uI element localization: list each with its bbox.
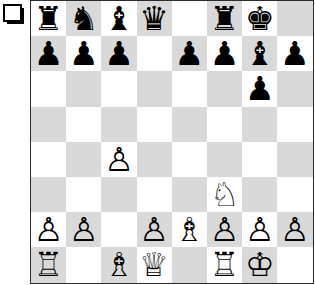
square-f1[interactable]: ♖ [207,247,242,282]
square-e3[interactable] [172,177,207,212]
square-g8[interactable]: ♚ [242,1,277,36]
piece-black-pawn[interactable]: ♟ [245,71,275,106]
square-b5[interactable] [66,107,101,142]
square-g4[interactable] [242,142,277,177]
piece-white-king[interactable]: ♔ [245,247,275,282]
square-h3[interactable] [277,177,312,212]
piece-black-rook[interactable]: ♜ [34,1,64,36]
square-d6[interactable] [137,71,172,106]
piece-black-queen[interactable]: ♛ [139,1,169,36]
square-g1[interactable]: ♔ [242,247,277,282]
piece-black-pawn[interactable]: ♟ [69,36,99,71]
square-h8[interactable] [277,1,312,36]
square-h7[interactable]: ♟ [277,36,312,71]
piece-white-bishop[interactable]: ♗ [104,247,134,282]
piece-black-pawn[interactable]: ♟ [104,36,134,71]
square-f6[interactable] [207,71,242,106]
piece-white-pawn[interactable]: ♙ [280,212,310,247]
chess-board[interactable]: ♜♞♝♛♜♚♟♟♟♟♟♝♟♟♙♘♙♙♙♗♙♙♙♖♗♕♖♔ [30,0,314,284]
square-d2[interactable]: ♙ [137,212,172,247]
square-b6[interactable] [66,71,101,106]
square-c6[interactable] [101,71,136,106]
square-d4[interactable] [137,142,172,177]
square-a5[interactable] [31,107,66,142]
piece-white-pawn[interactable]: ♙ [245,212,275,247]
square-g3[interactable] [242,177,277,212]
square-g5[interactable] [242,107,277,142]
square-b7[interactable]: ♟ [66,36,101,71]
square-g6[interactable]: ♟ [242,71,277,106]
piece-black-king[interactable]: ♚ [245,1,275,36]
square-a7[interactable]: ♟ [31,36,66,71]
square-d8[interactable]: ♛ [137,1,172,36]
square-h2[interactable]: ♙ [277,212,312,247]
piece-white-knight[interactable]: ♘ [210,177,240,212]
square-f3[interactable]: ♘ [207,177,242,212]
piece-black-pawn[interactable]: ♟ [175,36,205,71]
square-f5[interactable] [207,107,242,142]
square-c4[interactable]: ♙ [101,142,136,177]
piece-black-pawn[interactable]: ♟ [280,36,310,71]
square-d1[interactable]: ♕ [137,247,172,282]
square-e8[interactable] [172,1,207,36]
square-b4[interactable] [66,142,101,177]
square-e1[interactable] [172,247,207,282]
square-b3[interactable] [66,177,101,212]
piece-white-pawn[interactable]: ♙ [139,212,169,247]
piece-white-pawn[interactable]: ♙ [34,212,64,247]
square-e5[interactable] [172,107,207,142]
piece-black-knight[interactable]: ♞ [69,1,99,36]
square-c8[interactable]: ♝ [101,1,136,36]
square-e2[interactable]: ♗ [172,212,207,247]
piece-black-pawn[interactable]: ♟ [34,36,64,71]
square-e4[interactable] [172,142,207,177]
square-h4[interactable] [277,142,312,177]
square-a4[interactable] [31,142,66,177]
white-square-icon [3,4,22,22]
piece-white-rook[interactable]: ♖ [34,247,64,282]
square-f7[interactable]: ♟ [207,36,242,71]
square-a6[interactable] [31,71,66,106]
piece-white-pawn[interactable]: ♙ [104,142,134,177]
square-c2[interactable] [101,212,136,247]
square-d5[interactable] [137,107,172,142]
square-b1[interactable] [66,247,101,282]
piece-black-pawn[interactable]: ♟ [210,36,240,71]
piece-white-pawn[interactable]: ♙ [210,212,240,247]
chess-diagram: ♜♞♝♛♜♚♟♟♟♟♟♝♟♟♙♘♙♙♙♗♙♙♙♖♗♕♖♔ [0,0,315,285]
square-e6[interactable] [172,71,207,106]
square-a2[interactable]: ♙ [31,212,66,247]
square-h6[interactable] [277,71,312,106]
piece-black-rook[interactable]: ♜ [210,1,240,36]
square-f2[interactable]: ♙ [207,212,242,247]
piece-black-bishop[interactable]: ♝ [104,1,134,36]
piece-white-bishop[interactable]: ♗ [175,212,205,247]
square-e7[interactable]: ♟ [172,36,207,71]
square-f4[interactable] [207,142,242,177]
square-c1[interactable]: ♗ [101,247,136,282]
square-g7[interactable]: ♝ [242,36,277,71]
piece-white-queen[interactable]: ♕ [139,247,169,282]
square-a3[interactable] [31,177,66,212]
square-c3[interactable] [101,177,136,212]
square-c5[interactable] [101,107,136,142]
square-b8[interactable]: ♞ [66,1,101,36]
square-a1[interactable]: ♖ [31,247,66,282]
square-f8[interactable]: ♜ [207,1,242,36]
piece-white-rook[interactable]: ♖ [210,247,240,282]
square-d7[interactable] [137,36,172,71]
white-to-move-indicator [3,4,26,26]
square-b2[interactable]: ♙ [66,212,101,247]
square-h5[interactable] [277,107,312,142]
square-g2[interactable]: ♙ [242,212,277,247]
piece-black-bishop[interactable]: ♝ [245,36,275,71]
square-h1[interactable] [277,247,312,282]
square-d3[interactable] [137,177,172,212]
square-a8[interactable]: ♜ [31,1,66,36]
square-c7[interactable]: ♟ [101,36,136,71]
piece-white-pawn[interactable]: ♙ [69,212,99,247]
